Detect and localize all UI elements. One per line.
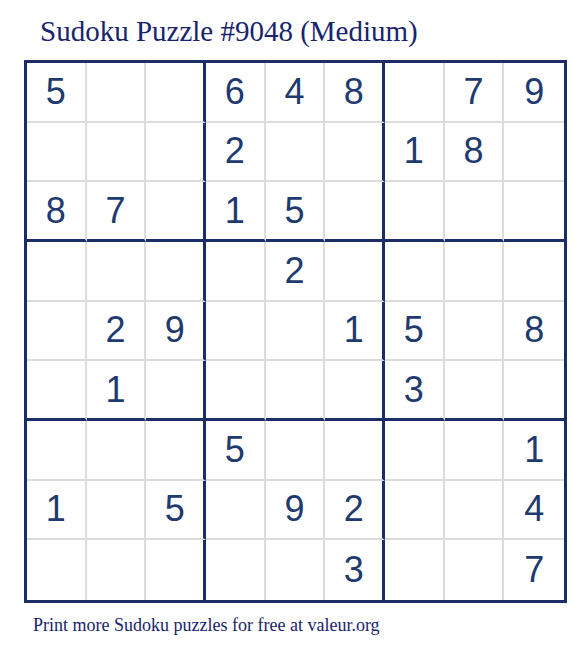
cell-r8c6[interactable]: 2 bbox=[325, 481, 385, 541]
cell-r9c6[interactable]: 3 bbox=[325, 540, 385, 600]
cell-r7c6[interactable] bbox=[325, 421, 385, 481]
cell-r7c2[interactable] bbox=[87, 421, 147, 481]
cell-r6c1[interactable] bbox=[27, 361, 87, 421]
footer-text: Print more Sudoku puzzles for free at va… bbox=[33, 615, 380, 637]
cell-r3c5[interactable]: 5 bbox=[266, 182, 326, 242]
cell-r7c8[interactable] bbox=[445, 421, 505, 481]
cell-r6c7[interactable]: 3 bbox=[385, 361, 445, 421]
cell-r3c3[interactable] bbox=[146, 182, 206, 242]
cell-r4c8[interactable] bbox=[445, 242, 505, 302]
cell-r1c8[interactable]: 7 bbox=[445, 63, 505, 123]
cell-r3c9[interactable] bbox=[504, 182, 564, 242]
cell-r3c6[interactable] bbox=[325, 182, 385, 242]
cell-r2c6[interactable] bbox=[325, 123, 385, 183]
page-title: Sudoku Puzzle #9048 (Medium) bbox=[40, 14, 418, 49]
cell-r3c4[interactable]: 1 bbox=[206, 182, 266, 242]
sudoku-page: Sudoku Puzzle #9048 (Medium) 56487921887… bbox=[0, 0, 574, 651]
cell-r5c6[interactable]: 1 bbox=[325, 302, 385, 362]
cell-r9c1[interactable] bbox=[27, 540, 87, 600]
cell-r6c2[interactable]: 1 bbox=[87, 361, 147, 421]
cell-r1c9[interactable]: 9 bbox=[504, 63, 564, 123]
cell-r8c8[interactable] bbox=[445, 481, 505, 541]
cell-r4c3[interactable] bbox=[146, 242, 206, 302]
cell-r3c1[interactable]: 8 bbox=[27, 182, 87, 242]
cell-r8c4[interactable] bbox=[206, 481, 266, 541]
cell-r5c5[interactable] bbox=[266, 302, 326, 362]
cell-r2c3[interactable] bbox=[146, 123, 206, 183]
cell-r9c8[interactable] bbox=[445, 540, 505, 600]
cell-r4c7[interactable] bbox=[385, 242, 445, 302]
cell-r8c3[interactable]: 5 bbox=[146, 481, 206, 541]
cell-r5c1[interactable] bbox=[27, 302, 87, 362]
cell-r6c3[interactable] bbox=[146, 361, 206, 421]
cell-r5c3[interactable]: 9 bbox=[146, 302, 206, 362]
cell-r4c6[interactable] bbox=[325, 242, 385, 302]
cell-r1c4[interactable]: 6 bbox=[206, 63, 266, 123]
cell-r7c5[interactable] bbox=[266, 421, 326, 481]
cell-r3c7[interactable] bbox=[385, 182, 445, 242]
cell-r9c7[interactable] bbox=[385, 540, 445, 600]
cell-r5c4[interactable] bbox=[206, 302, 266, 362]
cell-r2c5[interactable] bbox=[266, 123, 326, 183]
cell-r4c5[interactable]: 2 bbox=[266, 242, 326, 302]
cell-r2c7[interactable]: 1 bbox=[385, 123, 445, 183]
cell-r8c2[interactable] bbox=[87, 481, 147, 541]
cell-r4c9[interactable] bbox=[504, 242, 564, 302]
cell-r1c1[interactable]: 5 bbox=[27, 63, 87, 123]
cell-r9c4[interactable] bbox=[206, 540, 266, 600]
cell-r8c5[interactable]: 9 bbox=[266, 481, 326, 541]
cell-r9c9[interactable]: 7 bbox=[504, 540, 564, 600]
cell-r8c7[interactable] bbox=[385, 481, 445, 541]
cell-r2c9[interactable] bbox=[504, 123, 564, 183]
cell-r5c9[interactable]: 8 bbox=[504, 302, 564, 362]
cell-r7c3[interactable] bbox=[146, 421, 206, 481]
cell-r3c2[interactable]: 7 bbox=[87, 182, 147, 242]
cell-r9c3[interactable] bbox=[146, 540, 206, 600]
cell-r8c9[interactable]: 4 bbox=[504, 481, 564, 541]
cell-r1c5[interactable]: 4 bbox=[266, 63, 326, 123]
cell-r1c3[interactable] bbox=[146, 63, 206, 123]
cell-r3c8[interactable] bbox=[445, 182, 505, 242]
cell-r6c8[interactable] bbox=[445, 361, 505, 421]
cell-r7c4[interactable]: 5 bbox=[206, 421, 266, 481]
cell-r6c5[interactable] bbox=[266, 361, 326, 421]
cell-r4c1[interactable] bbox=[27, 242, 87, 302]
cell-r4c2[interactable] bbox=[87, 242, 147, 302]
cell-r8c1[interactable]: 1 bbox=[27, 481, 87, 541]
cell-r5c7[interactable]: 5 bbox=[385, 302, 445, 362]
cell-r7c7[interactable] bbox=[385, 421, 445, 481]
cell-r9c2[interactable] bbox=[87, 540, 147, 600]
cell-r1c2[interactable] bbox=[87, 63, 147, 123]
cell-r4c4[interactable] bbox=[206, 242, 266, 302]
cell-r5c2[interactable]: 2 bbox=[87, 302, 147, 362]
cell-r6c9[interactable] bbox=[504, 361, 564, 421]
cell-r7c9[interactable]: 1 bbox=[504, 421, 564, 481]
cell-r5c8[interactable] bbox=[445, 302, 505, 362]
cell-r9c5[interactable] bbox=[266, 540, 326, 600]
cell-r6c6[interactable] bbox=[325, 361, 385, 421]
cell-r2c2[interactable] bbox=[87, 123, 147, 183]
cell-r6c4[interactable] bbox=[206, 361, 266, 421]
cell-r1c7[interactable] bbox=[385, 63, 445, 123]
cell-r2c4[interactable]: 2 bbox=[206, 123, 266, 183]
cell-r1c6[interactable]: 8 bbox=[325, 63, 385, 123]
sudoku-board: 564879218871522915813511592437 bbox=[24, 60, 567, 603]
cell-r2c8[interactable]: 8 bbox=[445, 123, 505, 183]
cell-r2c1[interactable] bbox=[27, 123, 87, 183]
cell-r7c1[interactable] bbox=[27, 421, 87, 481]
